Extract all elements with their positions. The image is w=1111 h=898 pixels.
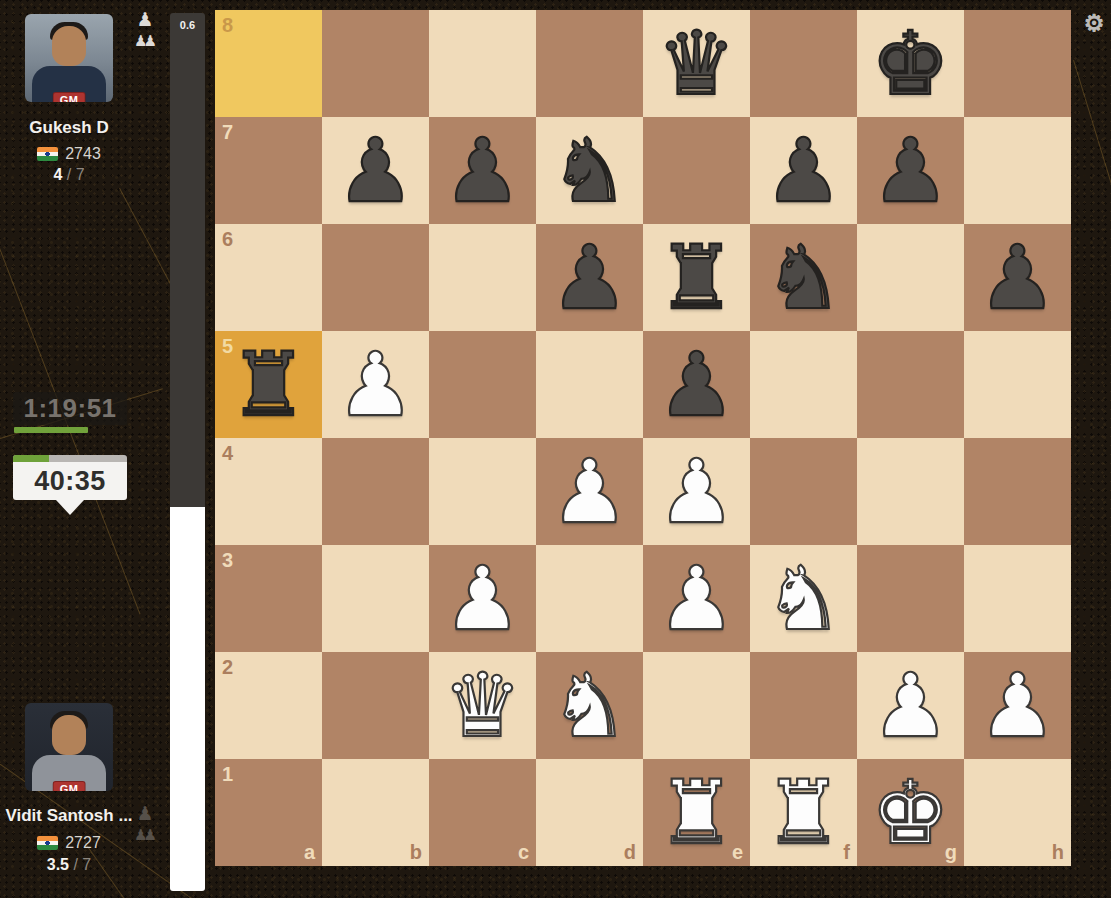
piece-white-pawn: ♟ (536, 438, 643, 545)
square-b6[interactable] (322, 224, 429, 331)
rank-label-6: 6 (222, 229, 233, 249)
square-e5[interactable]: ♟ (643, 331, 750, 438)
square-c8[interactable] (429, 10, 536, 117)
square-g5[interactable] (857, 331, 964, 438)
square-h7[interactable] (964, 117, 1071, 224)
piece-white-pawn: ♟ (643, 545, 750, 652)
player-bottom-rating: 2727 (0, 834, 138, 852)
rank-label-3: 3 (222, 550, 233, 570)
india-flag-icon (37, 836, 58, 850)
player-top: GM Gukesh D 2743 4 / 7 (0, 14, 138, 194)
square-b1[interactable]: b (322, 759, 429, 866)
file-label-b: b (410, 842, 422, 862)
square-a5[interactable]: 5♜ (215, 331, 322, 438)
clock-top-progress-fill (14, 427, 88, 433)
square-c7[interactable]: ♟ (429, 117, 536, 224)
square-h2[interactable]: ♟ (964, 652, 1071, 759)
square-c3[interactable]: ♟ (429, 545, 536, 652)
clock-top-progress (14, 427, 128, 433)
rank-label-8: 8 (222, 15, 233, 35)
square-a4[interactable]: 4 (215, 438, 322, 545)
square-h1[interactable]: h (964, 759, 1071, 866)
file-label-d: d (624, 842, 636, 862)
piece-white-pawn: ♟ (643, 438, 750, 545)
file-label-e: e (732, 842, 743, 862)
square-h3[interactable] (964, 545, 1071, 652)
player-bottom-icons: ♟ ♟♟ (130, 804, 160, 843)
square-d8[interactable] (536, 10, 643, 117)
rank-label-2: 2 (222, 657, 233, 677)
square-f5[interactable] (750, 331, 857, 438)
square-g2[interactable]: ♟ (857, 652, 964, 759)
player-top-name: Gukesh D (0, 118, 138, 138)
square-c5[interactable] (429, 331, 536, 438)
square-d3[interactable] (536, 545, 643, 652)
background-line (1073, 60, 1111, 213)
player-top-rating: 2743 (0, 145, 138, 163)
square-f7[interactable]: ♟ (750, 117, 857, 224)
square-h8[interactable] (964, 10, 1071, 117)
square-e8[interactable]: ♛ (643, 10, 750, 117)
square-b2[interactable] (322, 652, 429, 759)
clock-bottom-progress-fill (13, 455, 49, 462)
player-bottom-name: Vidit Santosh ... (0, 806, 138, 826)
square-h6[interactable]: ♟ (964, 224, 1071, 331)
settings-gear-icon[interactable]: ⚙ (1081, 10, 1107, 36)
player-top-icons: ♟ ♟♟ (130, 10, 160, 49)
square-f2[interactable] (750, 652, 857, 759)
square-a7[interactable]: 7 (215, 117, 322, 224)
clock-top: 1:19:51 (13, 392, 127, 425)
piece-black-pawn: ♟ (322, 117, 429, 224)
square-g1[interactable]: g♚ (857, 759, 964, 866)
square-d5[interactable] (536, 331, 643, 438)
clock-bottom-pointer (56, 500, 84, 515)
file-label-f: f (843, 842, 850, 862)
piece-black-pawn: ♟ (536, 224, 643, 331)
rank-label-1: 1 (222, 764, 233, 784)
piece-black-pawn: ♟ (429, 117, 536, 224)
player-top-avatar: GM (25, 14, 113, 102)
square-g4[interactable] (857, 438, 964, 545)
piece-white-knight: ♞ (536, 652, 643, 759)
avatar-head (52, 715, 86, 755)
square-g6[interactable] (857, 224, 964, 331)
square-e2[interactable] (643, 652, 750, 759)
broadcast-panel: GM Gukesh D 2743 4 / 7 ♟ ♟♟ 1:19:51 40:3… (0, 0, 1111, 898)
file-label-a: a (304, 842, 315, 862)
pawn-icon[interactable]: ♟ (130, 10, 160, 29)
avatar-head (52, 26, 86, 66)
file-label-g: g (945, 842, 957, 862)
square-a2[interactable]: 2 (215, 652, 322, 759)
piece-black-rook: ♜ (643, 224, 750, 331)
title-badge: GM (53, 92, 86, 102)
piece-white-rook: ♜ (750, 759, 857, 866)
square-f6[interactable]: ♞ (750, 224, 857, 331)
board: 8♛♚7♟♟♞♟♟6♟♜♞♟5♜♟♟4♟♟3♟♟♞2♛♞♟♟1abcde♜f♜g… (215, 10, 1071, 866)
player-bottom-avatar: GM (25, 703, 113, 791)
square-b3[interactable] (322, 545, 429, 652)
square-g3[interactable] (857, 545, 964, 652)
square-d2[interactable]: ♞ (536, 652, 643, 759)
square-f4[interactable] (750, 438, 857, 545)
piece-white-pawn: ♟ (429, 545, 536, 652)
piece-black-queen: ♛ (643, 10, 750, 117)
rank-label-4: 4 (222, 443, 233, 463)
square-b8[interactable] (322, 10, 429, 117)
player-bottom: GM Vidit Santosh ... 2727 3.5 / 7 (0, 703, 138, 883)
file-label-h: h (1052, 842, 1064, 862)
piece-black-king: ♚ (857, 10, 964, 117)
evaluation-bar-white (170, 507, 205, 891)
player-top-score: 4 / 7 (0, 166, 138, 184)
square-a8[interactable]: 8 (215, 10, 322, 117)
square-c1[interactable]: c (429, 759, 536, 866)
evaluation-value: 0.6 (170, 19, 205, 31)
square-e3[interactable]: ♟ (643, 545, 750, 652)
clock-bottom-progress (13, 455, 127, 462)
square-c4[interactable] (429, 438, 536, 545)
square-a1[interactable]: 1a (215, 759, 322, 866)
square-f3[interactable]: ♞ (750, 545, 857, 652)
piece-white-pawn: ♟ (964, 652, 1071, 759)
clock-bottom: 40:35 (13, 455, 127, 500)
piece-white-pawn: ♟ (857, 652, 964, 759)
rank-label-7: 7 (222, 122, 233, 142)
piece-black-knight: ♞ (536, 117, 643, 224)
square-b5[interactable]: ♟ (322, 331, 429, 438)
captured-pawns-icon[interactable]: ♟♟ (130, 34, 160, 49)
file-label-c: c (518, 842, 529, 862)
square-e7[interactable] (643, 117, 750, 224)
piece-black-knight: ♞ (750, 224, 857, 331)
rank-label-5: 5 (222, 336, 233, 356)
clock-bottom-time: 40:35 (13, 462, 127, 500)
square-f8[interactable] (750, 10, 857, 117)
piece-black-pawn: ♟ (643, 331, 750, 438)
india-flag-icon (37, 147, 58, 161)
piece-white-queen: ♛ (429, 652, 536, 759)
square-g7[interactable]: ♟ (857, 117, 964, 224)
piece-white-pawn: ♟ (322, 331, 429, 438)
piece-black-pawn: ♟ (750, 117, 857, 224)
square-a6[interactable]: 6 (215, 224, 322, 331)
square-e1[interactable]: e♜ (643, 759, 750, 866)
piece-black-pawn: ♟ (964, 224, 1071, 331)
piece-white-knight: ♞ (750, 545, 857, 652)
square-h5[interactable] (964, 331, 1071, 438)
piece-black-pawn: ♟ (857, 117, 964, 224)
evaluation-bar: 0.6 (170, 13, 205, 891)
square-a3[interactable]: 3 (215, 545, 322, 652)
square-c2[interactable]: ♛ (429, 652, 536, 759)
square-f1[interactable]: f♜ (750, 759, 857, 866)
player-bottom-score: 3.5 / 7 (0, 856, 138, 874)
square-d1[interactable]: d (536, 759, 643, 866)
title-badge: GM (53, 781, 86, 791)
captured-pawns-icon[interactable]: ♟♟ (130, 828, 160, 843)
square-d6[interactable]: ♟ (536, 224, 643, 331)
square-h4[interactable] (964, 438, 1071, 545)
square-g8[interactable]: ♚ (857, 10, 964, 117)
square-c6[interactable] (429, 224, 536, 331)
square-e4[interactable]: ♟ (643, 438, 750, 545)
square-d4[interactable]: ♟ (536, 438, 643, 545)
square-b7[interactable]: ♟ (322, 117, 429, 224)
pawn-icon[interactable]: ♟ (130, 804, 160, 823)
square-b4[interactable] (322, 438, 429, 545)
square-e6[interactable]: ♜ (643, 224, 750, 331)
square-d7[interactable]: ♞ (536, 117, 643, 224)
